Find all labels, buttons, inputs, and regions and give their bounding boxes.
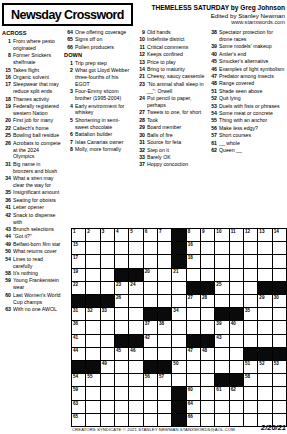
cell-number: 65 xyxy=(73,414,78,419)
grid-cell[interactable] xyxy=(273,242,286,254)
clue-number: 33 xyxy=(136,154,147,161)
clue-text: Insignificant amount xyxy=(13,189,61,196)
grid-cell[interactable] xyxy=(258,321,271,333)
clue-text: Balls of fire xyxy=(147,132,205,139)
grid-cell[interactable]: 50 xyxy=(172,361,185,373)
grid-cell[interactable] xyxy=(215,401,228,413)
grid-cell[interactable] xyxy=(230,255,243,267)
grid-cell[interactable] xyxy=(129,321,142,333)
clue-text: Antler's end xyxy=(219,51,286,58)
cell-number: 58 xyxy=(245,374,250,379)
grid-cell[interactable] xyxy=(158,255,171,267)
grid-cell[interactable]: 27 xyxy=(187,295,200,307)
clue-item: 55Thing with an anchor xyxy=(208,117,286,124)
grid-cell[interactable] xyxy=(86,242,99,254)
grid-cell[interactable]: 6 xyxy=(144,229,157,241)
grid-cell[interactable]: 38 xyxy=(158,321,171,333)
clue-number: 63 xyxy=(2,306,13,313)
grid-cell[interactable] xyxy=(144,414,157,426)
grid-cell[interactable] xyxy=(158,269,171,281)
grid-cell[interactable]: 51 xyxy=(244,361,257,373)
clue-number: 21 xyxy=(136,73,147,80)
grid-cell[interactable] xyxy=(273,374,286,386)
grid-cell[interactable] xyxy=(101,387,114,399)
clue-text: Board member xyxy=(147,124,205,131)
grid-cell[interactable] xyxy=(172,282,185,294)
cell-number: 11 xyxy=(231,229,236,234)
grid-cell[interactable]: 23 xyxy=(115,282,128,294)
grid-cell[interactable]: 61 xyxy=(215,387,228,399)
grid-cell[interactable] xyxy=(215,255,228,267)
cell-number: 19 xyxy=(73,269,78,274)
grid-cell[interactable] xyxy=(86,269,99,281)
grid-cell[interactable] xyxy=(101,269,114,281)
grid-cell[interactable]: 1 xyxy=(72,229,85,241)
grid-cell[interactable] xyxy=(86,335,99,347)
grid-cell[interactable]: 56 xyxy=(144,374,157,386)
grid-cell[interactable]: 63 xyxy=(72,401,85,413)
grid-cell[interactable] xyxy=(172,374,185,386)
grid-cell[interactable] xyxy=(230,414,243,426)
grid-cell[interactable]: 28 xyxy=(201,295,214,307)
grid-cell[interactable] xyxy=(258,269,271,281)
cell-number: 46 xyxy=(130,348,135,353)
clue-text: What returns cover xyxy=(13,248,61,255)
grid-cell[interactable] xyxy=(144,348,157,360)
cell-number: 33 xyxy=(102,308,107,313)
cell-number: 31 xyxy=(73,308,78,313)
grid-cell[interactable] xyxy=(230,348,243,360)
clue-item: 64One offering coverage xyxy=(64,29,133,36)
clue-item: 36Seating for oboists xyxy=(2,197,61,204)
clue-number: 60 xyxy=(2,292,13,306)
grid-cell[interactable] xyxy=(273,269,286,281)
clue-text: Range covered xyxy=(219,80,286,87)
grid-cell[interactable] xyxy=(244,295,257,307)
grid-cell[interactable] xyxy=(258,255,271,267)
grid-cell[interactable]: 32 xyxy=(86,308,99,320)
grid-cell[interactable] xyxy=(201,308,214,320)
cell-number: 44 xyxy=(73,348,78,353)
grid-cell[interactable]: 55 xyxy=(86,374,99,386)
grid-cell[interactable] xyxy=(201,255,214,267)
grid-cell[interactable] xyxy=(244,321,257,333)
grid-cell[interactable]: 54 xyxy=(72,374,85,386)
clue-item: 19Federally registered western Nation xyxy=(2,103,61,117)
grid-cell[interactable] xyxy=(101,321,114,333)
grid-cell[interactable] xyxy=(244,387,257,399)
grid-cell[interactable] xyxy=(201,374,214,386)
grid-cell[interactable] xyxy=(201,242,214,254)
clue-number: 29 xyxy=(136,124,147,131)
grid-cell[interactable]: 13 xyxy=(258,229,271,241)
grid-cell[interactable]: 26 xyxy=(115,295,128,307)
grid-cell[interactable] xyxy=(215,414,228,426)
grid-cell[interactable] xyxy=(129,387,142,399)
grid-cell[interactable] xyxy=(172,295,185,307)
grid-cell[interactable]: 53 xyxy=(273,361,286,373)
grid-cell[interactable] xyxy=(158,282,171,294)
grid-cell[interactable] xyxy=(172,348,185,360)
cell-number: 41 xyxy=(73,335,78,340)
black-square xyxy=(72,361,85,373)
clue-number: 5 xyxy=(64,117,75,131)
grid-cell[interactable]: 14 xyxy=(273,229,286,241)
grid-cell[interactable] xyxy=(86,255,99,267)
grid-cell[interactable] xyxy=(86,321,99,333)
grid-cell[interactable] xyxy=(101,348,114,360)
grid-cell[interactable]: 10 xyxy=(215,229,228,241)
grid-cell[interactable]: 9 xyxy=(201,229,214,241)
clue-number: 58 xyxy=(2,270,13,277)
grid-cell[interactable] xyxy=(230,282,243,294)
clue-item: 1Trip prep step xyxy=(64,60,133,67)
grid-cell[interactable] xyxy=(258,401,271,413)
grid-cell[interactable] xyxy=(158,335,171,347)
clue-item: 45Smucker's alternative xyxy=(208,58,286,65)
clue-item: 12Keeps confined xyxy=(136,51,205,58)
grid-cell[interactable] xyxy=(273,335,286,347)
grid-cell[interactable] xyxy=(115,255,128,267)
clue-item: 44“Got it?” xyxy=(2,233,61,240)
grid-cell[interactable] xyxy=(187,374,200,386)
grid-cell[interactable]: 25 xyxy=(215,282,228,294)
clue-item: 37Hoppy concoction xyxy=(136,161,205,168)
cell-number: 49 xyxy=(102,361,107,366)
grid-cell[interactable] xyxy=(230,401,243,413)
grid-cell[interactable] xyxy=(215,269,228,281)
cell-number: 12 xyxy=(245,229,250,234)
grid-cell[interactable]: 39 xyxy=(215,321,228,333)
grid-cell[interactable] xyxy=(273,255,286,267)
grid-cell[interactable] xyxy=(86,401,99,413)
grid-cell[interactable] xyxy=(144,387,157,399)
grid-cell[interactable] xyxy=(273,387,286,399)
grid-cell[interactable] xyxy=(101,401,114,413)
grid-cell[interactable] xyxy=(101,255,114,267)
grid-cell[interactable]: 49 xyxy=(101,361,114,373)
grid-cell[interactable] xyxy=(273,321,286,333)
black-square xyxy=(244,348,257,360)
grid-cell[interactable] xyxy=(129,255,142,267)
grid-cell[interactable] xyxy=(144,401,157,413)
grid-cell[interactable] xyxy=(201,269,214,281)
clue-number: 7 xyxy=(64,139,75,146)
clue-item: 9Old hands xyxy=(136,29,205,36)
clue-number: 9 xyxy=(136,29,147,36)
grid-cell[interactable] xyxy=(230,242,243,254)
grid-cell[interactable] xyxy=(129,295,142,307)
grid-cell[interactable] xyxy=(230,269,243,281)
grid-cell[interactable] xyxy=(101,335,114,347)
clue-number: 42 xyxy=(2,212,13,226)
clue-number: 34 xyxy=(2,175,13,189)
cell-number: 56 xyxy=(145,374,150,379)
grid-cell[interactable] xyxy=(144,282,157,294)
clue-text: Molly, more formally xyxy=(75,146,133,153)
grid-cell[interactable] xyxy=(273,308,286,320)
grid-cell[interactable]: 37 xyxy=(144,321,157,333)
grid-cell[interactable]: 66 xyxy=(187,414,200,426)
cell-number: 29 xyxy=(259,295,264,300)
clue-text: Shade seen above xyxy=(219,88,286,95)
grid-cell[interactable] xyxy=(258,374,271,386)
grid-cell[interactable]: 40 xyxy=(230,321,243,333)
puzzle-header: THEMELESS SATURDAY by Greg Johnson Edite… xyxy=(132,4,285,25)
grid-cell[interactable] xyxy=(115,374,128,386)
grid-cell[interactable] xyxy=(158,414,171,426)
grid-cell[interactable]: 44 xyxy=(72,348,85,360)
grid-cell[interactable] xyxy=(115,242,128,254)
grid-cell[interactable] xyxy=(101,374,114,386)
grid-cell[interactable]: 46 xyxy=(129,348,142,360)
clue-text: With no one AWOL xyxy=(13,306,61,313)
grid-cell[interactable] xyxy=(215,361,228,373)
grid-cell[interactable]: 48 xyxy=(201,348,214,360)
grid-cell[interactable] xyxy=(158,348,171,360)
clue-text: Young Frankenstein wear xyxy=(13,277,61,291)
clue-number: 59 xyxy=(2,277,13,291)
grid-cell[interactable] xyxy=(115,321,128,333)
grid-cell[interactable] xyxy=(86,414,99,426)
clue-item: 31Source for feta xyxy=(136,139,205,146)
copyright-line: CREATORS SYNDICATE © 2021 STANLEY NEWMAN… xyxy=(72,427,255,432)
grid-cell[interactable]: 7 xyxy=(158,229,171,241)
grid-cell[interactable]: 19 xyxy=(72,269,85,281)
clue-number: 65 xyxy=(64,36,75,43)
clue-column-2: 64One offering coverage65Signs off on66P… xyxy=(64,29,133,225)
grid-cell[interactable]: 4 xyxy=(115,229,128,241)
grid-cell[interactable] xyxy=(129,361,142,373)
grid-cell[interactable] xyxy=(201,414,214,426)
grid-cell[interactable] xyxy=(215,242,228,254)
clue-item: 8Former Snickers shelfmate xyxy=(2,52,61,66)
clue-column-3: 9Old hands10Indefinite district11Critica… xyxy=(136,29,205,225)
grid-cell[interactable] xyxy=(244,269,257,281)
grid-cell[interactable]: 41 xyxy=(72,335,85,347)
grid-cell[interactable]: 59 xyxy=(72,387,85,399)
grid-cell[interactable]: 12 xyxy=(244,229,257,241)
cell-number: 55 xyxy=(87,374,92,379)
grid-cell[interactable] xyxy=(258,335,271,347)
grid-cell[interactable] xyxy=(187,321,200,333)
cell-number: 15 xyxy=(73,242,78,247)
clue-column-4: 38Spectator protection for drone races39… xyxy=(208,29,286,225)
grid-cell[interactable] xyxy=(86,282,99,294)
grid-cell[interactable] xyxy=(230,335,243,347)
grid-cell[interactable] xyxy=(158,242,171,254)
clue-text: Four-Emmy sitcom brother (1995-2004) xyxy=(75,88,133,102)
grid-cell[interactable]: 64 xyxy=(187,401,200,413)
grid-cell[interactable] xyxy=(187,361,200,373)
grid-cell[interactable] xyxy=(101,282,114,294)
cell-number: 62 xyxy=(231,387,236,392)
grid-cell[interactable] xyxy=(244,414,257,426)
grid-cell[interactable] xyxy=(129,242,142,254)
grid-cell[interactable] xyxy=(158,295,171,307)
grid-cell[interactable] xyxy=(129,401,142,413)
grid-cell[interactable]: 34 xyxy=(172,308,185,320)
grid-cell[interactable] xyxy=(144,242,157,254)
grid-cell[interactable]: 33 xyxy=(101,308,114,320)
grid-cell[interactable]: 62 xyxy=(230,387,243,399)
grid-cell[interactable]: 11 xyxy=(230,229,243,241)
grid-cell[interactable] xyxy=(215,348,228,360)
clue-item: 26Acrobats to compete at the 2024 Olympi… xyxy=(2,140,61,161)
clue-text: Organic solvent xyxy=(13,74,61,81)
grid-cell[interactable] xyxy=(244,255,257,267)
clue-number: 26 xyxy=(2,140,13,161)
grid-cell[interactable] xyxy=(115,308,128,320)
clue-number: 37 xyxy=(136,161,147,168)
grid-cell[interactable] xyxy=(129,414,142,426)
clue-number: 61 xyxy=(208,140,219,147)
clue-number: 28 xyxy=(136,117,147,124)
grid-cell[interactable]: 36 xyxy=(72,321,85,333)
grid-cell[interactable] xyxy=(273,401,286,413)
grid-cell[interactable] xyxy=(86,387,99,399)
cell-number: 50 xyxy=(173,361,178,366)
grid-cell[interactable] xyxy=(144,295,157,307)
grid-cell[interactable] xyxy=(144,255,157,267)
clue-text: Letter opener xyxy=(13,204,61,211)
grid-cell[interactable]: 42 xyxy=(144,335,157,347)
clue-text: What got Lloyd Webber three-fourths of h… xyxy=(75,67,133,88)
cell-number: 52 xyxy=(259,361,264,366)
grid-cell[interactable] xyxy=(201,361,214,373)
clue-number: 40 xyxy=(208,51,219,58)
puzzle-editor: Edited by Stanley Newman xyxy=(132,12,285,19)
grid-cell[interactable]: 45 xyxy=(115,348,128,360)
grid-cell[interactable]: 65 xyxy=(72,414,85,426)
clue-item: 11Critical comments xyxy=(136,44,205,51)
black-square xyxy=(258,348,271,360)
grid-cell[interactable]: 22 xyxy=(72,282,85,294)
grid-cell[interactable]: 8 xyxy=(187,229,200,241)
grid-cell[interactable] xyxy=(187,269,200,281)
clue-item: 63With no one AWOL xyxy=(2,306,61,313)
clue-number: 51 xyxy=(208,88,219,95)
grid-cell[interactable]: 60 xyxy=(187,387,200,399)
grid-cell[interactable] xyxy=(158,387,171,399)
clue-item: 27Tweets to one, for short xyxy=(136,109,205,116)
grid-cell[interactable] xyxy=(201,321,214,333)
grid-cell[interactable]: 31 xyxy=(72,308,85,320)
grid-cell[interactable] xyxy=(115,401,128,413)
grid-cell[interactable] xyxy=(244,282,257,294)
grid-cell[interactable]: 30 xyxy=(273,295,286,307)
grid-cell[interactable]: 47 xyxy=(187,348,200,360)
grid-cell[interactable] xyxy=(172,321,185,333)
black-square xyxy=(172,242,185,254)
clue-text: First job for many xyxy=(13,117,61,124)
grid-cell[interactable] xyxy=(244,335,257,347)
clue-text: Old hands xyxy=(147,29,205,36)
clue-item: 21Cheesy, saucy casserole xyxy=(136,73,205,80)
grid-cell[interactable]: 21 xyxy=(172,269,185,281)
grid-cell[interactable] xyxy=(115,414,128,426)
grid-cell[interactable] xyxy=(258,308,271,320)
grid-cell[interactable] xyxy=(230,361,243,373)
grid-cell[interactable] xyxy=(86,348,99,360)
grid-cell[interactable] xyxy=(187,308,200,320)
clue-number: 2 xyxy=(64,67,75,88)
clue-item: 16Organic solvent xyxy=(2,74,61,81)
cell-number: 64 xyxy=(188,401,193,406)
grid-cell[interactable]: 24 xyxy=(129,282,142,294)
clue-number: 31 xyxy=(2,161,13,175)
clue-text: Lines to read carefully xyxy=(13,256,61,270)
cell-number: 18 xyxy=(188,255,193,260)
grid-cell[interactable]: 16 xyxy=(187,242,200,254)
grid-cell[interactable]: 43 xyxy=(215,335,228,347)
clue-text: Source for feta xyxy=(147,139,205,146)
grid-cell[interactable] xyxy=(129,308,142,320)
black-square xyxy=(172,255,185,267)
grid-cell[interactable]: 5 xyxy=(129,229,142,241)
clue-number: 49 xyxy=(2,241,13,248)
grid-cell[interactable] xyxy=(115,387,128,399)
clue-text: Price to play xyxy=(147,59,205,66)
grid-cell[interactable] xyxy=(201,401,214,413)
clue-number: 20 xyxy=(2,117,13,124)
grid-cell[interactable]: 29 xyxy=(258,295,271,307)
grid-cell[interactable]: 15 xyxy=(72,242,85,254)
clue-item: 49Belfast-born film star xyxy=(2,241,61,248)
clue-item: 42Snack to dispense with xyxy=(2,212,61,226)
cell-number: 43 xyxy=(216,335,221,340)
clue-text: Critical comments xyxy=(147,44,205,51)
cell-number: 63 xyxy=(73,401,78,406)
grid-cell[interactable]: 52 xyxy=(258,361,271,373)
clue-number: 46 xyxy=(208,66,219,73)
black-square xyxy=(101,295,114,307)
grid-cell[interactable]: 35 xyxy=(244,308,257,320)
clue-item: 34What a siren may clear the way for xyxy=(2,175,61,189)
clue-item: 60Last Women's World Cup champs xyxy=(2,292,61,306)
grid-cell[interactable]: 3 xyxy=(101,229,114,241)
masthead-title: Newsday Crossword xyxy=(11,8,124,22)
grid-cell[interactable]: 57 xyxy=(158,374,171,386)
grid-cell[interactable] xyxy=(158,401,171,413)
clue-number: 18 xyxy=(2,96,13,103)
clue-number: 38 xyxy=(208,29,219,43)
grid-cell[interactable] xyxy=(258,242,271,254)
clue-text: Islas Canarias owner xyxy=(75,139,133,146)
grid-cell[interactable] xyxy=(129,374,142,386)
clue-number: 30 xyxy=(136,132,147,139)
grid-cell[interactable] xyxy=(258,387,271,399)
clue-number: 35 xyxy=(2,189,13,196)
grid-cell[interactable] xyxy=(101,242,114,254)
clue-item: 54Some meat or concrete xyxy=(208,110,286,117)
grid-cell[interactable] xyxy=(215,295,228,307)
grid-cell[interactable] xyxy=(172,335,185,347)
clue-text: Indefinite district xyxy=(147,36,205,43)
grid-cell[interactable]: 17 xyxy=(72,255,85,267)
grid-cell[interactable] xyxy=(230,295,243,307)
grid-cell[interactable]: 2 xyxy=(86,229,99,241)
grid-cell[interactable] xyxy=(244,401,257,413)
grid-cell[interactable] xyxy=(201,387,214,399)
grid-cell[interactable] xyxy=(115,361,128,373)
grid-cell[interactable]: 18 xyxy=(187,255,200,267)
grid-cell[interactable] xyxy=(244,242,257,254)
grid-cell[interactable]: 20 xyxy=(144,269,157,281)
clue-text: Took xyxy=(147,117,205,124)
grid-cell[interactable] xyxy=(101,414,114,426)
grid-cell[interactable]: 58 xyxy=(244,374,257,386)
